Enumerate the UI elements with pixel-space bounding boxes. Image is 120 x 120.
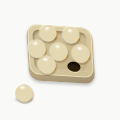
ball-specular-highlight (67, 28, 74, 33)
pieces-layer: ●●●●●●● (0, 0, 120, 120)
off-board-ball[interactable]: ● (16, 83, 33, 100)
ball-r3c1[interactable]: ● (39, 55, 56, 72)
product-photo-scene: ●●●●●●● (0, 0, 120, 120)
ball-r2c3[interactable]: ● (73, 44, 90, 61)
ball-specular-highlight (44, 26, 51, 31)
